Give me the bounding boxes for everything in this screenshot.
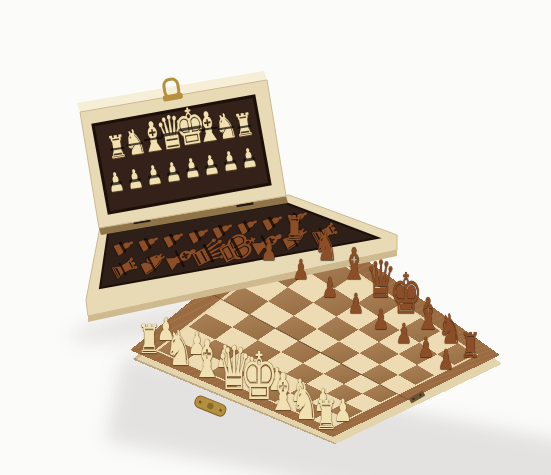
- board-latch-icon: [193, 395, 227, 418]
- storage-box: [0, 0, 551, 475]
- board-side-hinge-icon: [409, 390, 426, 403]
- scene: ♜♞♝♛♚♝♞♜♟♟♟♟♟♟♟♟♟♟♟♟♟♟♟♟♜♞♝♛♚♝♞♜ ♜♞♝♛♚♝♞…: [0, 0, 551, 475]
